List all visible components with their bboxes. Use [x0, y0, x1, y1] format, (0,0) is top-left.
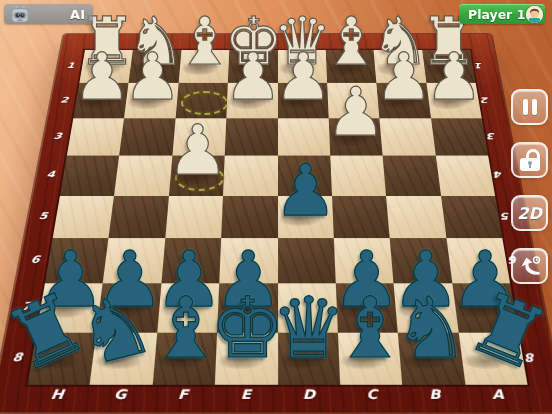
file-label-a: A: [491, 387, 505, 402]
undo-button[interactable]: [511, 248, 548, 284]
piece-white-pawn-h2[interactable]: ♟: [73, 44, 131, 109]
square-b3[interactable]: [380, 118, 436, 155]
file-label-b: B: [428, 387, 441, 402]
player1-name: Player 1: [459, 7, 526, 22]
square-d6[interactable]: [278, 238, 336, 284]
piece-white-pawn-a2[interactable]: ♟: [425, 44, 483, 109]
piece-white-pawn-g2[interactable]: ♟: [123, 44, 181, 109]
square-a3[interactable]: [431, 118, 488, 155]
file-label-d: D: [303, 387, 316, 402]
square-h3[interactable]: [67, 118, 124, 155]
file-label-g: G: [113, 387, 127, 402]
lock-button[interactable]: [511, 142, 548, 178]
file-label-h: H: [50, 387, 65, 402]
square-f5[interactable]: [165, 196, 223, 239]
square-c5[interactable]: [332, 196, 390, 239]
square-g4[interactable]: [114, 156, 172, 196]
file-label-f: F: [177, 387, 188, 402]
piece-white-pawn-f4[interactable]: ♟: [167, 116, 229, 185]
square-a5[interactable]: [441, 196, 503, 239]
ai-player-name: AI: [70, 7, 93, 22]
file-label-e: E: [241, 387, 252, 402]
square-b5[interactable]: [386, 196, 446, 239]
square-g5[interactable]: [109, 196, 169, 239]
pause-button[interactable]: [511, 89, 548, 125]
person-avatar-icon: [526, 6, 543, 23]
piece-black-pawn-d5[interactable]: ♟: [274, 155, 338, 226]
view-2d-button[interactable]: 2D: [511, 195, 548, 231]
square-h4[interactable]: [60, 156, 120, 196]
pause-icon: [523, 99, 537, 115]
view-2d-label: 2D: [517, 204, 541, 223]
undo-arrow-icon: [518, 254, 542, 278]
square-h5[interactable]: [53, 196, 115, 239]
file-label-c: C: [366, 387, 378, 402]
square-e5[interactable]: [221, 196, 277, 239]
square-e4[interactable]: [223, 156, 277, 196]
rank-label-left-4: 4: [42, 169, 60, 179]
piece-white-pawn-e2[interactable]: ♟: [224, 44, 282, 109]
rank-label-right-3: 3: [483, 131, 500, 141]
lock-icon: [520, 149, 540, 171]
piece-white-pawn-c3[interactable]: ♟: [326, 79, 386, 146]
player1-badge: Player 1: [459, 4, 545, 24]
robot-icon: [9, 5, 31, 23]
rank-label-left-2: 2: [56, 95, 72, 104]
square-a4[interactable]: [435, 156, 495, 196]
piece-white-pawn-d2[interactable]: ♟: [274, 44, 332, 109]
square-b4[interactable]: [383, 156, 441, 196]
chess-game-screen: HGFEDCBA1122334455667788 ♜♞♝♛♚♝♞♜♟♟♟♟♟♟♟…: [0, 0, 552, 414]
square-e3[interactable]: [225, 118, 278, 155]
ai-player-badge: AI: [4, 4, 93, 24]
rank-label-right-4: 4: [490, 169, 508, 179]
square-c4[interactable]: [330, 156, 386, 196]
rank-label-left-5: 5: [34, 210, 52, 221]
rank-label-left-3: 3: [49, 131, 66, 141]
